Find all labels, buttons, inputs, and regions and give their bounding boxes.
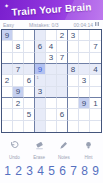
cell-r5c8[interactable]: 3	[79, 75, 90, 86]
cell-r7c9[interactable]: 1	[90, 98, 101, 109]
cell-digit: 6	[60, 110, 64, 119]
cell-r5c9[interactable]	[90, 75, 101, 86]
cell-digit: 5	[27, 110, 31, 119]
tool-label: Erase	[33, 155, 45, 160]
cell-r7c6[interactable]	[57, 98, 68, 109]
cell-r2c4[interactable]: 6	[35, 41, 46, 52]
cell-r2c6[interactable]	[57, 41, 68, 52]
cell-r1c2[interactable]	[13, 30, 24, 41]
cell-r8c8[interactable]	[79, 109, 90, 120]
cell-digit: 7	[16, 65, 20, 74]
cell-r8c5[interactable]	[46, 109, 57, 120]
numpad-7[interactable]: 7	[69, 164, 79, 178]
cell-digit: 8	[16, 42, 20, 51]
cell-r4c7[interactable]: 8	[68, 64, 79, 75]
cell-r3c8[interactable]	[79, 53, 90, 64]
cell-r4c2[interactable]: 7	[13, 64, 24, 75]
cell-r9c8[interactable]	[79, 121, 90, 132]
cell-r2c2[interactable]: 8	[13, 41, 24, 52]
cell-r7c3[interactable]	[24, 98, 35, 109]
cell-r1c4[interactable]	[35, 30, 46, 41]
undo-icon	[10, 136, 19, 154]
cell-r8c9[interactable]	[90, 109, 101, 120]
cell-r2c8[interactable]	[79, 41, 90, 52]
pencil-note: 1	[37, 75, 39, 80]
cell-r3c2[interactable]	[13, 53, 24, 64]
cell-digit: 7	[60, 53, 64, 62]
cell-r1c9[interactable]	[90, 30, 101, 41]
cell-digit: 2	[60, 31, 64, 40]
cell-r4c6[interactable]	[57, 64, 68, 75]
sudoku-board: 923864737798426139329156	[1, 29, 102, 133]
cell-r4c4[interactable]: 9	[35, 64, 46, 75]
cell-r4c9[interactable]: 4	[90, 64, 101, 75]
cell-r7c1[interactable]	[2, 98, 13, 109]
cell-r5c1[interactable]: 2	[2, 75, 13, 86]
cell-r8c3[interactable]: 5	[24, 109, 35, 120]
cell-r3c1[interactable]	[2, 53, 13, 64]
cell-digit: 8	[71, 65, 75, 74]
cell-r5c7[interactable]	[68, 75, 79, 86]
undo-button[interactable]: Undo	[4, 136, 24, 160]
cell-digit: 6	[27, 76, 31, 85]
cell-digit: 3	[71, 31, 75, 40]
cell-r8c6[interactable]: 6	[57, 109, 68, 120]
cell-r3c9[interactable]	[90, 53, 101, 64]
numpad-9[interactable]: 9	[91, 164, 101, 178]
tool-label: Notes	[58, 155, 70, 160]
cell-r8c4[interactable]	[35, 109, 46, 120]
tool-label: Undo	[9, 155, 20, 160]
cell-r9c3[interactable]	[24, 121, 35, 132]
tool-label: Hint	[85, 155, 93, 160]
pause-button[interactable]	[94, 21, 100, 28]
cell-r6c8[interactable]	[79, 87, 90, 98]
game-header: Easy Mistakes: 0/3 00:04:14	[0, 20, 103, 29]
cell-digit: 6	[38, 42, 42, 51]
number-pad: 123456789	[0, 164, 103, 178]
cell-r6c9[interactable]	[90, 87, 101, 98]
cell-r3c4[interactable]	[35, 53, 46, 64]
notes-button[interactable]: Notes	[54, 136, 74, 160]
cell-digit: 9	[82, 99, 86, 108]
numpad-5[interactable]: 5	[47, 164, 57, 178]
cell-r2c1[interactable]	[2, 41, 13, 52]
hint-button[interactable]: Hint	[79, 136, 99, 160]
cell-digit: 3	[49, 53, 53, 62]
cell-r2c9[interactable]: 7	[90, 41, 101, 52]
cell-digit: 9	[38, 65, 42, 74]
cell-r4c1[interactable]	[2, 64, 13, 75]
cell-r3c6[interactable]: 7	[57, 53, 68, 64]
numpad-3[interactable]: 3	[25, 164, 35, 178]
cell-r2c3[interactable]	[24, 41, 35, 52]
cell-r3c5[interactable]: 3	[46, 53, 57, 64]
cell-digit: 7	[93, 42, 97, 51]
cell-r4c5[interactable]	[46, 64, 57, 75]
cell-r2c5[interactable]: 4	[46, 41, 57, 52]
cell-r4c3[interactable]	[24, 64, 35, 75]
cell-r8c2[interactable]	[13, 109, 24, 120]
cell-digit: 2	[16, 99, 20, 108]
notes-icon	[59, 136, 68, 154]
cell-digit: 3	[82, 76, 86, 85]
cell-r6c6[interactable]	[57, 87, 68, 98]
cell-r6c2[interactable]: 9	[13, 87, 24, 98]
toolbar: UndoEraseNotesHint	[0, 136, 103, 160]
cell-r7c5[interactable]	[46, 98, 57, 109]
cell-digit: 9	[5, 31, 9, 40]
cell-r9c1[interactable]	[2, 121, 13, 132]
cell-r7c7[interactable]	[68, 98, 79, 109]
numpad-8[interactable]: 8	[80, 164, 90, 178]
timer: 00:04:14	[74, 21, 100, 28]
cell-r9c6[interactable]	[57, 121, 68, 132]
hint-icon	[84, 136, 93, 154]
numpad-4[interactable]: 4	[36, 164, 46, 178]
cell-r5c5[interactable]	[46, 75, 57, 86]
cell-r8c7[interactable]	[68, 109, 79, 120]
cell-r6c4[interactable]: 3	[35, 87, 46, 98]
promo-banner: ✦ Train Your Brain	[0, 0, 103, 20]
cell-digit: 9	[16, 87, 20, 96]
cell-r5c2[interactable]	[13, 75, 24, 86]
cell-r9c9[interactable]	[90, 121, 101, 132]
cell-r5c3[interactable]: 6	[24, 75, 35, 86]
cell-r6c5[interactable]	[46, 87, 57, 98]
cell-r5c4[interactable]: 1	[35, 75, 46, 86]
cell-digit: 4	[49, 42, 53, 51]
numpad-2[interactable]: 2	[14, 164, 24, 178]
cell-r2c7[interactable]	[68, 41, 79, 52]
cell-r9c5[interactable]	[46, 121, 57, 132]
difficulty-label: Easy	[3, 22, 14, 28]
cell-r7c8[interactable]: 9	[79, 98, 90, 109]
cell-r9c7[interactable]	[68, 121, 79, 132]
cell-r4c8[interactable]	[79, 64, 90, 75]
cell-r5c6[interactable]	[57, 75, 68, 86]
cell-r6c1[interactable]	[2, 87, 13, 98]
cell-digit: 3	[38, 87, 42, 96]
erase-icon	[35, 136, 44, 154]
cell-r1c5[interactable]	[46, 30, 57, 41]
cell-r6c3[interactable]	[24, 87, 35, 98]
erase-button[interactable]: Erase	[29, 136, 49, 160]
mistakes-counter: Mistakes: 0/3	[29, 22, 58, 28]
cell-r1c3[interactable]	[24, 30, 35, 41]
cell-r7c4[interactable]	[35, 98, 46, 109]
cell-digit: 4	[93, 65, 97, 74]
cell-digit: 1	[93, 99, 97, 108]
numpad-6[interactable]: 6	[58, 164, 68, 178]
cell-r1c1[interactable]: 9	[2, 30, 13, 41]
cell-r1c6[interactable]: 2	[57, 30, 68, 41]
cell-r3c7[interactable]	[68, 53, 79, 64]
cell-r9c4[interactable]	[35, 121, 46, 132]
cell-r1c7[interactable]: 3	[68, 30, 79, 41]
cell-r1c8[interactable]	[79, 30, 90, 41]
cell-digit: 2	[5, 76, 9, 85]
timer-value: 00:04:14	[74, 22, 93, 28]
numpad-1[interactable]: 1	[3, 164, 13, 178]
cell-r6c7[interactable]	[68, 87, 79, 98]
cell-r3c3[interactable]	[24, 53, 35, 64]
cell-r7c2[interactable]: 2	[13, 98, 24, 109]
cell-r9c2[interactable]	[13, 121, 24, 132]
cell-r8c1[interactable]	[2, 109, 13, 120]
